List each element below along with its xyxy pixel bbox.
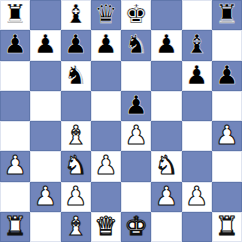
square-g4[interactable] (182, 121, 212, 151)
square-g1[interactable] (182, 212, 212, 242)
black-knight-piece[interactable]: ♞ (64, 62, 87, 88)
white-bishop-piece[interactable]: ♝ (64, 213, 87, 239)
square-c4[interactable]: ♝ (61, 121, 91, 151)
square-g3[interactable] (182, 151, 212, 181)
white-pawn-piece[interactable]: ♟ (94, 152, 117, 178)
white-pawn-piece[interactable]: ♟ (124, 122, 147, 148)
square-d1[interactable]: ♛ (91, 212, 121, 242)
black-pawn-piece[interactable]: ♟ (3, 31, 26, 57)
square-f3[interactable]: ♞ (151, 151, 181, 181)
white-rook-piece[interactable]: ♜ (3, 213, 26, 239)
black-rook-piece[interactable]: ♜ (3, 1, 26, 27)
black-knight-piece[interactable]: ♞ (124, 31, 147, 57)
white-king-piece[interactable]: ♚ (124, 213, 147, 239)
chess-board: ♜♝♛♚♜♟♟♟♟♞♟♝♞♟♟♟♝♟♟♟♞♟♞♟♟♟♟♜♝♛♚♜ (0, 0, 242, 242)
square-e1[interactable]: ♚ (121, 212, 151, 242)
white-pawn-piece[interactable]: ♟ (3, 152, 26, 178)
square-b8[interactable] (30, 0, 60, 30)
square-g5[interactable] (182, 91, 212, 121)
square-h1[interactable]: ♜ (212, 212, 242, 242)
square-b6[interactable] (30, 61, 60, 91)
square-d7[interactable]: ♟ (91, 30, 121, 60)
square-a2[interactable] (0, 182, 30, 212)
square-e5[interactable]: ♟ (121, 91, 151, 121)
square-e3[interactable] (121, 151, 151, 181)
white-pawn-piece[interactable]: ♟ (185, 183, 208, 209)
white-pawn-piece[interactable]: ♟ (64, 183, 87, 209)
black-rook-piece[interactable]: ♜ (215, 1, 238, 27)
square-c5[interactable] (61, 91, 91, 121)
square-e7[interactable]: ♞ (121, 30, 151, 60)
black-bishop-piece[interactable]: ♝ (185, 31, 208, 57)
square-h3[interactable] (212, 151, 242, 181)
square-a6[interactable] (0, 61, 30, 91)
square-f5[interactable] (151, 91, 181, 121)
square-d6[interactable] (91, 61, 121, 91)
square-c8[interactable]: ♝ (61, 0, 91, 30)
square-c3[interactable]: ♞ (61, 151, 91, 181)
black-pawn-piece[interactable]: ♟ (94, 31, 117, 57)
square-f6[interactable] (151, 61, 181, 91)
square-f1[interactable] (151, 212, 181, 242)
black-pawn-piece[interactable]: ♟ (215, 62, 238, 88)
black-pawn-piece[interactable]: ♟ (185, 62, 208, 88)
square-e6[interactable] (121, 61, 151, 91)
square-d5[interactable] (91, 91, 121, 121)
square-c7[interactable]: ♟ (61, 30, 91, 60)
square-e4[interactable]: ♟ (121, 121, 151, 151)
square-g7[interactable]: ♝ (182, 30, 212, 60)
square-g8[interactable] (182, 0, 212, 30)
square-a1[interactable]: ♜ (0, 212, 30, 242)
square-h5[interactable] (212, 91, 242, 121)
square-a4[interactable] (0, 121, 30, 151)
black-bishop-piece[interactable]: ♝ (64, 1, 87, 27)
white-pawn-piece[interactable]: ♟ (215, 122, 238, 148)
square-c2[interactable]: ♟ (61, 182, 91, 212)
white-knight-piece[interactable]: ♞ (155, 152, 178, 178)
square-b5[interactable] (30, 91, 60, 121)
black-queen-piece[interactable]: ♛ (94, 1, 117, 27)
square-a8[interactable]: ♜ (0, 0, 30, 30)
square-e8[interactable]: ♚ (121, 0, 151, 30)
white-pawn-piece[interactable]: ♟ (34, 183, 57, 209)
square-b4[interactable] (30, 121, 60, 151)
square-h8[interactable]: ♜ (212, 0, 242, 30)
square-b7[interactable]: ♟ (30, 30, 60, 60)
square-b1[interactable] (30, 212, 60, 242)
square-d8[interactable]: ♛ (91, 0, 121, 30)
white-pawn-piece[interactable]: ♟ (155, 183, 178, 209)
white-rook-piece[interactable]: ♜ (215, 213, 238, 239)
black-pawn-piece[interactable]: ♟ (124, 92, 147, 118)
square-d4[interactable] (91, 121, 121, 151)
square-f8[interactable] (151, 0, 181, 30)
square-d2[interactable] (91, 182, 121, 212)
square-f4[interactable] (151, 121, 181, 151)
black-pawn-piece[interactable]: ♟ (155, 31, 178, 57)
white-knight-piece[interactable]: ♞ (64, 152, 87, 178)
black-king-piece[interactable]: ♚ (124, 1, 147, 27)
white-bishop-piece[interactable]: ♝ (64, 122, 87, 148)
square-c1[interactable]: ♝ (61, 212, 91, 242)
white-queen-piece[interactable]: ♛ (94, 213, 117, 239)
square-d3[interactable]: ♟ (91, 151, 121, 181)
square-e2[interactable] (121, 182, 151, 212)
square-a7[interactable]: ♟ (0, 30, 30, 60)
black-pawn-piece[interactable]: ♟ (64, 31, 87, 57)
square-h6[interactable]: ♟ (212, 61, 242, 91)
square-f2[interactable]: ♟ (151, 182, 181, 212)
square-h4[interactable]: ♟ (212, 121, 242, 151)
square-b3[interactable] (30, 151, 60, 181)
square-f7[interactable]: ♟ (151, 30, 181, 60)
square-c6[interactable]: ♞ (61, 61, 91, 91)
square-a5[interactable] (0, 91, 30, 121)
square-h7[interactable] (212, 30, 242, 60)
square-h2[interactable] (212, 182, 242, 212)
square-g2[interactable]: ♟ (182, 182, 212, 212)
square-b2[interactable]: ♟ (30, 182, 60, 212)
black-pawn-piece[interactable]: ♟ (34, 31, 57, 57)
square-g6[interactable]: ♟ (182, 61, 212, 91)
square-a3[interactable]: ♟ (0, 151, 30, 181)
